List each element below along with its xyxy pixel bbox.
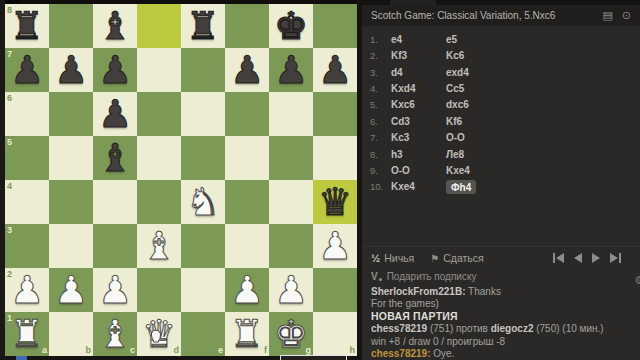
sidebar-panel: Scotch Game: Classical Variation, 5.Nxc6… xyxy=(362,0,640,360)
square-b5[interactable] xyxy=(49,136,93,180)
nav-last-button[interactable] xyxy=(610,253,621,263)
square-a5[interactable]: 5 xyxy=(5,136,49,180)
square-c8[interactable]: ♝ xyxy=(93,4,137,48)
square-f4[interactable] xyxy=(225,180,269,224)
rank-label-4: 4 xyxy=(7,182,12,191)
black-pawn-piece[interactable]: ♟ xyxy=(98,92,132,136)
resign-button[interactable]: ⚑ Сдаться xyxy=(430,252,484,264)
move-white[interactable]: Kc3 xyxy=(391,132,446,143)
chat-text: win +8 / draw 0 / проигрыш -8 xyxy=(371,336,505,347)
chat-message: SherlockFrom221B: Thanks xyxy=(371,286,631,298)
square-g2[interactable]: ♟ xyxy=(269,268,313,312)
black-pawn-piece[interactable]: ♟ xyxy=(230,48,264,92)
chat-message: НОВАЯ ПАРТИЯ xyxy=(371,310,631,323)
move-white[interactable]: h3 xyxy=(391,149,446,160)
move-number: 3. xyxy=(370,67,391,78)
draw-button-label: Ничья xyxy=(384,252,414,264)
move-black[interactable]: dxc6 xyxy=(446,99,501,110)
chat-settings-icon[interactable]: ⚙ xyxy=(634,275,640,287)
white-rook-piece[interactable]: ♜ xyxy=(10,312,44,356)
black-pawn-piece[interactable]: ♟ xyxy=(54,48,88,92)
move-row: 10.Kxe4Фh4 xyxy=(362,179,640,195)
square-a7[interactable]: ♟7 xyxy=(5,48,49,92)
black-pawn-piece[interactable]: ♟ xyxy=(98,48,132,92)
move-black[interactable]: Ле8 xyxy=(446,149,501,160)
white-bishop-piece[interactable]: ♝ xyxy=(142,224,176,268)
square-c2[interactable]: ♟ xyxy=(93,268,137,312)
opening-title: Scotch Game: Classical Variation, 5.Nxc6 xyxy=(371,10,555,21)
square-e2[interactable] xyxy=(181,268,225,312)
file-label-a: a xyxy=(42,346,47,355)
white-pawn-piece[interactable]: ♟ xyxy=(10,268,44,312)
chat-username: chess78219 xyxy=(371,323,427,334)
square-g8[interactable]: ♚ xyxy=(269,4,313,48)
white-pawn-piece[interactable]: ♟ xyxy=(98,268,132,312)
resign-flag-icon: ⚑ xyxy=(430,253,439,264)
square-d8[interactable] xyxy=(137,4,181,48)
move-number: 2. xyxy=(370,50,391,61)
bottom-player-avatar-cutoff xyxy=(16,356,27,360)
move-number: 1. xyxy=(370,34,391,45)
square-f7[interactable]: ♟ xyxy=(225,48,269,92)
square-g5[interactable] xyxy=(269,136,313,180)
move-black[interactable]: Kxe4 xyxy=(446,165,501,176)
square-c1[interactable]: ♝c xyxy=(93,312,137,356)
resign-button-label: Сдаться xyxy=(443,252,484,264)
tab-hint xyxy=(390,0,436,5)
square-d7[interactable] xyxy=(137,48,181,92)
move-black[interactable]: Kc6 xyxy=(446,50,501,61)
black-pawn-piece[interactable]: ♟ xyxy=(10,48,44,92)
chat-message: chess78219: Оуе. xyxy=(371,348,631,360)
opening-header: Scotch Game: Classical Variation, 5.Nxc6… xyxy=(362,5,640,26)
chat-message: chess78219 (751) против diegocz2 (750) (… xyxy=(371,323,631,335)
chat-message: For the games) xyxy=(371,298,631,310)
move-row: 1.e4e5 xyxy=(362,31,640,47)
square-b7[interactable]: ♟ xyxy=(49,48,93,92)
white-pawn-piece[interactable]: ♟ xyxy=(318,224,352,268)
square-h4[interactable]: ♛ xyxy=(313,180,357,224)
square-a2[interactable]: ♟2 xyxy=(5,268,49,312)
square-b2[interactable]: ♟ xyxy=(49,268,93,312)
move-list: 1.e4e52.Kf3Kc63.d4exd44.Kxd4Cc55.Kxc6dxc… xyxy=(362,26,640,246)
chat-text: (751) против xyxy=(427,323,490,334)
black-pawn-piece[interactable]: ♟ xyxy=(318,48,352,92)
square-h6[interactable] xyxy=(313,92,357,136)
white-king-piece[interactable]: ♚ xyxy=(274,312,308,356)
move-black[interactable]: Kf6 xyxy=(446,116,501,127)
square-d3[interactable]: ♝ xyxy=(137,224,181,268)
square-d4[interactable] xyxy=(137,180,181,224)
black-rook-piece[interactable]: ♜ xyxy=(10,4,44,48)
bottom-player-clock-cutoff xyxy=(280,355,347,360)
nav-first-button[interactable] xyxy=(553,253,564,263)
move-white[interactable]: Kxd4 xyxy=(391,83,446,94)
chat-username: chess78219: xyxy=(371,348,431,359)
chat-text: Thanks xyxy=(465,286,500,297)
rank-label-8: 8 xyxy=(7,6,12,15)
square-a6[interactable]: 6 xyxy=(5,92,49,136)
white-knight-piece[interactable]: ♞ xyxy=(186,180,220,224)
move-row: 5.Kxc6dxc6 xyxy=(362,97,640,113)
square-a1[interactable]: ♜1a xyxy=(5,312,49,356)
black-rook-piece[interactable]: ♜ xyxy=(186,4,220,48)
black-bishop-piece[interactable]: ♝ xyxy=(98,136,132,180)
square-c5[interactable]: ♝ xyxy=(93,136,137,180)
gift-membership-label: Подарить подписку xyxy=(387,271,477,282)
square-h8[interactable] xyxy=(313,4,357,48)
move-row: 3.d4exd4 xyxy=(362,64,640,80)
move-number: 7. xyxy=(370,132,391,143)
move-row: 7.Kc3O-O xyxy=(362,130,640,146)
square-f5[interactable] xyxy=(225,136,269,180)
square-f3[interactable] xyxy=(225,224,269,268)
move-black[interactable]: exd4 xyxy=(446,67,501,78)
square-h2[interactable] xyxy=(313,268,357,312)
square-h1[interactable]: h xyxy=(313,312,357,356)
white-pawn-piece[interactable]: ♟ xyxy=(230,268,264,312)
move-number: 4. xyxy=(370,83,391,94)
chat-text: Оуе. xyxy=(431,348,455,359)
square-b4[interactable] xyxy=(49,180,93,224)
selected-move[interactable]: Фh4 xyxy=(446,180,476,194)
square-d5[interactable] xyxy=(137,136,181,180)
square-f1[interactable]: ♜f xyxy=(225,312,269,356)
move-black[interactable]: Фh4 xyxy=(446,181,501,192)
rank-label-6: 6 xyxy=(7,94,12,103)
rank-label-7: 7 xyxy=(7,50,12,59)
square-a3[interactable]: 3 xyxy=(5,224,49,268)
move-black[interactable]: Cc5 xyxy=(446,83,501,94)
file-label-e: e xyxy=(218,346,223,355)
square-g4[interactable] xyxy=(269,180,313,224)
move-number: 5. xyxy=(370,99,391,110)
chat-username: SherlockFrom221B: xyxy=(371,286,465,297)
move-number: 10. xyxy=(370,181,391,192)
square-g7[interactable]: ♟ xyxy=(269,48,313,92)
square-h5[interactable] xyxy=(313,136,357,180)
game-controls-toolbar: ½ Ничья ⚑ Сдаться xyxy=(362,246,640,269)
move-row: 8.h3Ле8 xyxy=(362,146,640,162)
move-number: 8. xyxy=(370,149,391,160)
square-e5[interactable] xyxy=(181,136,225,180)
square-b1[interactable]: b xyxy=(49,312,93,356)
square-e4[interactable]: ♞ xyxy=(181,180,225,224)
white-pawn-piece[interactable]: ♟ xyxy=(54,268,88,312)
chat-username: diegocz2 xyxy=(491,323,534,334)
square-a4[interactable]: 4 xyxy=(5,180,49,224)
file-label-c: c xyxy=(130,346,135,355)
move-navigation xyxy=(553,252,631,264)
square-b6[interactable] xyxy=(49,92,93,136)
square-g1[interactable]: ♚g xyxy=(269,312,313,356)
hand-cursor-icon xyxy=(148,328,164,344)
move-white[interactable]: Kxc6 xyxy=(391,99,446,110)
nav-prev-button[interactable] xyxy=(574,253,582,263)
square-c6[interactable]: ♟ xyxy=(93,92,137,136)
square-e1[interactable]: e xyxy=(181,312,225,356)
move-white[interactable]: O-O xyxy=(391,165,446,176)
square-e8[interactable]: ♜ xyxy=(181,4,225,48)
gift-membership-icon-dot xyxy=(379,278,382,281)
black-king-piece[interactable]: ♚ xyxy=(274,4,308,48)
move-number: 6. xyxy=(370,116,391,127)
black-pawn-piece[interactable]: ♟ xyxy=(274,48,308,92)
chat-text: For the games) xyxy=(371,298,439,309)
half-point-icon: ½ xyxy=(371,252,380,264)
move-white[interactable]: Cd3 xyxy=(391,116,446,127)
white-bishop-piece[interactable]: ♝ xyxy=(98,312,132,356)
black-queen-piece[interactable]: ♛ xyxy=(318,180,352,224)
square-c3[interactable] xyxy=(93,224,137,268)
chess-board[interactable]: ♜8♝♜♚♟7♟♟♟♟♟6♟5♝4♞♛3♝♟♟2♟♟♟♟♜1ab♝c♛de♜f♚… xyxy=(5,4,357,356)
file-label-h: h xyxy=(350,346,356,355)
file-label-d: d xyxy=(174,346,180,355)
chat-area: ⚙ SherlockFrom221B: ThanksFor the games)… xyxy=(362,284,640,360)
move-black[interactable]: O-O xyxy=(446,132,501,143)
analysis-settings-icon[interactable]: ⊙ xyxy=(622,10,631,21)
tab-strip-cutoff xyxy=(362,0,640,5)
square-c7[interactable]: ♟ xyxy=(93,48,137,92)
rank-label-2: 2 xyxy=(7,270,12,279)
square-b3[interactable] xyxy=(49,224,93,268)
rank-label-3: 3 xyxy=(7,226,12,235)
move-black[interactable]: e5 xyxy=(446,34,501,45)
square-f8[interactable] xyxy=(225,4,269,48)
move-row: 4.Kxd4Cc5 xyxy=(362,80,640,96)
move-white[interactable]: e4 xyxy=(391,34,446,45)
nav-next-button[interactable] xyxy=(592,253,600,263)
square-g6[interactable] xyxy=(269,92,313,136)
square-e3[interactable] xyxy=(181,224,225,268)
move-row: 2.Kf3Kc6 xyxy=(362,48,640,64)
chat-system-title: НОВАЯ ПАРТИЯ xyxy=(371,310,458,322)
rank-label-5: 5 xyxy=(7,138,12,147)
square-d6[interactable] xyxy=(137,92,181,136)
square-b8[interactable] xyxy=(49,4,93,48)
square-a8[interactable]: ♜8 xyxy=(5,4,49,48)
square-e6[interactable] xyxy=(181,92,225,136)
gift-membership-icon: V xyxy=(371,271,377,282)
file-label-g: g xyxy=(306,346,312,355)
file-label-f: f xyxy=(264,346,267,355)
move-number: 9. xyxy=(370,165,391,176)
move-white[interactable]: Kxe4 xyxy=(391,181,446,192)
rank-label-1: 1 xyxy=(7,314,12,323)
black-bishop-piece[interactable]: ♝ xyxy=(98,4,132,48)
move-row: 9.O-OKxe4 xyxy=(362,162,640,178)
draw-button[interactable]: ½ Ничья xyxy=(371,252,414,264)
square-f6[interactable] xyxy=(225,92,269,136)
square-g3[interactable] xyxy=(269,224,313,268)
move-white[interactable]: d4 xyxy=(391,67,446,78)
white-pawn-piece[interactable]: ♟ xyxy=(274,268,308,312)
square-h7[interactable]: ♟ xyxy=(313,48,357,92)
move-row: 6.Cd3Kf6 xyxy=(362,113,640,129)
file-label-b: b xyxy=(86,346,92,355)
square-h3[interactable]: ♟ xyxy=(313,224,357,268)
openings-book-icon[interactable]: ▤ xyxy=(602,10,612,21)
chat-message: win +8 / draw 0 / проигрыш -8 xyxy=(371,336,631,348)
white-rook-piece[interactable]: ♜ xyxy=(230,312,264,356)
square-f2[interactable]: ♟ xyxy=(225,268,269,312)
chat-text: (750) (10 мин.) xyxy=(533,323,603,334)
square-c4[interactable] xyxy=(93,180,137,224)
square-d2[interactable] xyxy=(137,268,181,312)
square-e7[interactable] xyxy=(181,48,225,92)
move-white[interactable]: Kf3 xyxy=(391,50,446,61)
gift-membership-button[interactable]: V Подарить подписку xyxy=(362,269,640,284)
